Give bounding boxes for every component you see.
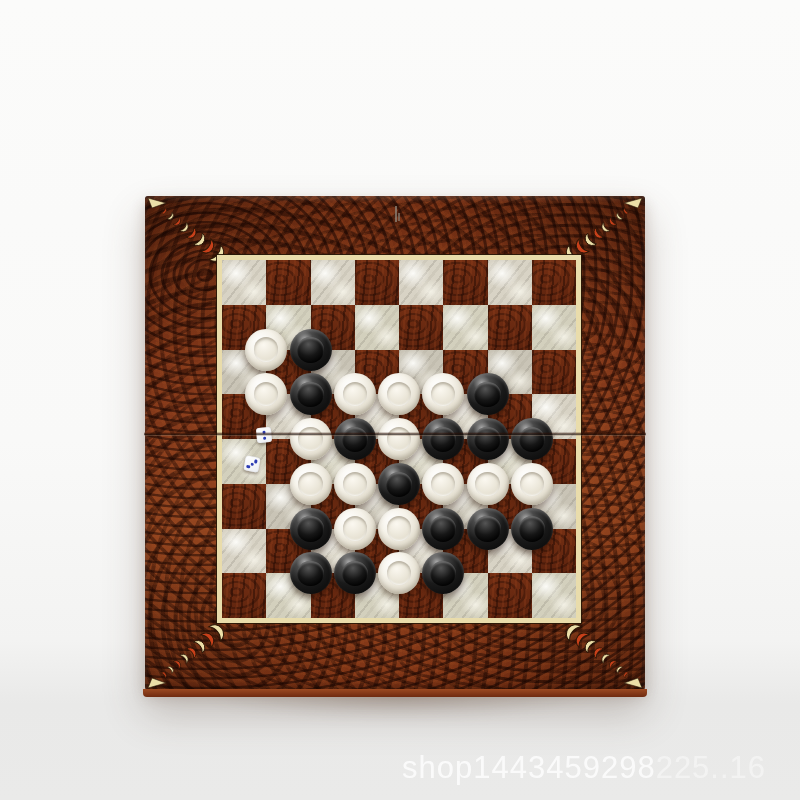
- folding-game-board: [145, 196, 645, 690]
- checker-white[interactable]: [290, 463, 332, 505]
- checker-black[interactable]: [422, 552, 464, 594]
- checker-white[interactable]: [422, 373, 464, 415]
- pieces-layer: [222, 260, 576, 618]
- checker-white[interactable]: [511, 463, 553, 505]
- checker-black[interactable]: [467, 373, 509, 415]
- checker-black[interactable]: [378, 463, 420, 505]
- checker-black[interactable]: [290, 508, 332, 550]
- watermark-fade: 225..16: [656, 750, 766, 785]
- board-side-edge: [143, 689, 647, 697]
- checker-black[interactable]: [511, 508, 553, 550]
- watermark-main: shop1443459298: [402, 750, 656, 785]
- board-field: [217, 255, 581, 623]
- checker-white[interactable]: [334, 508, 376, 550]
- checker-white[interactable]: [334, 463, 376, 505]
- die-pip: [246, 465, 250, 469]
- watermark-text: shop1443459298225..16: [402, 750, 766, 786]
- checker-black[interactable]: [334, 552, 376, 594]
- checker-black[interactable]: [290, 329, 332, 371]
- checker-white[interactable]: [378, 418, 420, 460]
- checker-white[interactable]: [334, 373, 376, 415]
- checker-black[interactable]: [422, 418, 464, 460]
- checker-white[interactable]: [245, 329, 287, 371]
- checker-black[interactable]: [511, 418, 553, 460]
- die-pip: [250, 462, 254, 466]
- checker-black[interactable]: [467, 418, 509, 460]
- checker-black[interactable]: [290, 373, 332, 415]
- checker-white[interactable]: [378, 508, 420, 550]
- checker-white[interactable]: [245, 373, 287, 415]
- checker-black[interactable]: [290, 552, 332, 594]
- checker-white[interactable]: [467, 463, 509, 505]
- hinge-clasp-mark: [392, 206, 401, 222]
- checker-black[interactable]: [467, 508, 509, 550]
- checker-black[interactable]: [422, 508, 464, 550]
- checker-white[interactable]: [422, 463, 464, 505]
- die-2-showing-3[interactable]: [243, 455, 260, 472]
- checker-white[interactable]: [378, 373, 420, 415]
- die-pip: [263, 436, 267, 440]
- fold-seam: [144, 432, 646, 436]
- checker-white[interactable]: [290, 418, 332, 460]
- checker-black[interactable]: [334, 418, 376, 460]
- checker-white[interactable]: [378, 552, 420, 594]
- die-pip: [254, 459, 258, 463]
- product-photo-scene: shop1443459298225..16: [0, 0, 800, 800]
